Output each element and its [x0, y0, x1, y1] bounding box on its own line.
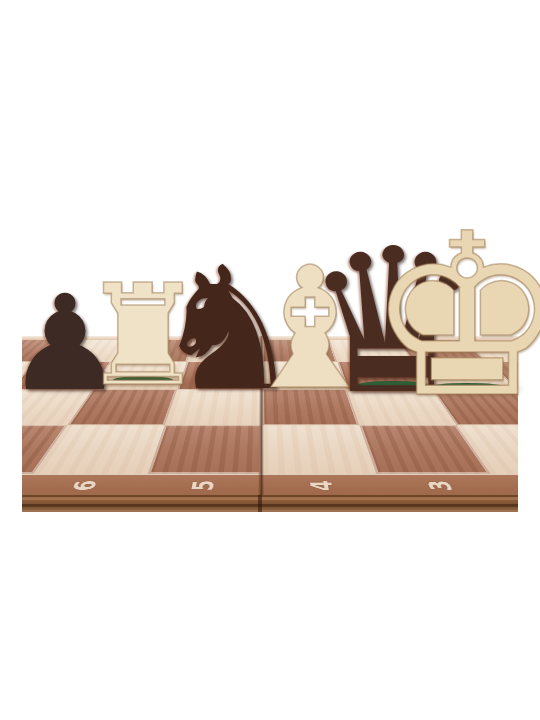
king-glyph: ♚ [366, 204, 540, 429]
rank-label: 4 [304, 480, 340, 490]
rim-fold-seam [258, 495, 262, 512]
rank-label-slot: 3 [377, 475, 506, 496]
rank-label: 5 [185, 480, 221, 490]
dark-square [148, 425, 262, 473]
rank-label-slot: 5 [140, 475, 262, 496]
board-border-band: 6 5 4 3 [22, 474, 518, 496]
rank-label-slot: 4 [262, 475, 384, 496]
rank-label: 3 [420, 480, 459, 490]
rank-label: 6 [65, 480, 104, 490]
product-photo: 6 5 4 3 ♟ ♜ ♞ ♝ ♛ [0, 0, 540, 720]
board-front-rim [22, 495, 518, 512]
rank-label-slot: 6 [22, 475, 147, 496]
